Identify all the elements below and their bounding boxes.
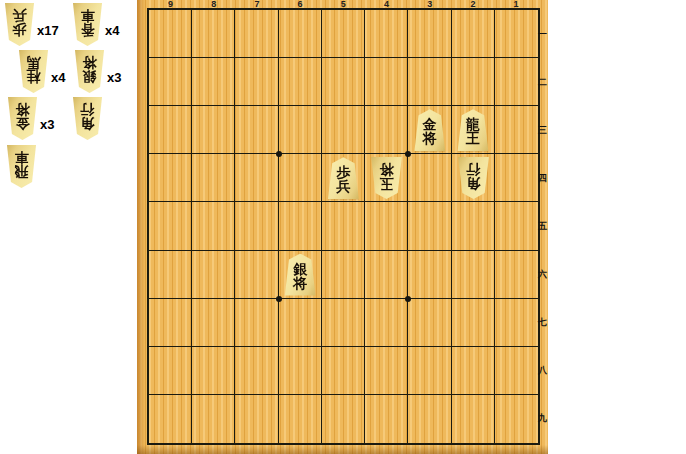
shogi-tsume-diagram: 歩兵x17香車x4桂馬x4銀将x3金将x3角行飛車 987654321 一二三四… (0, 0, 686, 454)
board-cell[interactable] (408, 154, 451, 202)
koma-kanji: 角 (466, 177, 480, 191)
board-cell[interactable] (322, 10, 365, 58)
board-cell[interactable] (192, 106, 235, 154)
board-cell[interactable] (495, 299, 538, 347)
board-cell[interactable] (408, 299, 451, 347)
board-cell[interactable] (149, 347, 192, 395)
board-cell[interactable] (192, 347, 235, 395)
board-cell[interactable] (322, 347, 365, 395)
board-cell[interactable] (149, 202, 192, 250)
board-cell[interactable] (495, 154, 538, 202)
board-cell[interactable] (408, 251, 451, 299)
board-cell[interactable] (452, 347, 495, 395)
board-cell[interactable] (235, 10, 278, 58)
board-cell[interactable] (452, 58, 495, 106)
board-cell[interactable] (149, 10, 192, 58)
board-cell[interactable] (235, 154, 278, 202)
rank-label: 九 (537, 395, 548, 443)
koma-kanji: 桂 (27, 70, 41, 84)
board-cell[interactable] (365, 106, 408, 154)
board-cell[interactable] (495, 202, 538, 250)
koma-bishop-gote[interactable]: 角行 (71, 97, 104, 140)
koma-pawn-gote[interactable]: 歩兵 (3, 3, 36, 46)
board-cell[interactable] (365, 395, 408, 443)
board-cell[interactable] (149, 58, 192, 106)
board-cell[interactable] (192, 395, 235, 443)
board-cell[interactable] (235, 106, 278, 154)
koma-kanji: 車 (15, 151, 29, 165)
hand-slot-bishop: 角行 (71, 97, 141, 143)
rank-label: 一 (537, 10, 548, 58)
board-cell[interactable] (235, 58, 278, 106)
board-cell[interactable] (192, 299, 235, 347)
board-cell[interactable] (408, 395, 451, 443)
board-cell[interactable] (495, 106, 538, 154)
koma-kanji: 車 (81, 9, 95, 23)
board-cell[interactable] (279, 347, 322, 395)
koma-kanji: 将 (293, 276, 307, 290)
board-cell[interactable] (452, 10, 495, 58)
board-cell[interactable] (322, 106, 365, 154)
koma-rook-gote[interactable]: 飛車 (5, 145, 38, 188)
koma-kanji: 兵 (336, 179, 350, 193)
shogi-board: 987654321 一二三四五六七八九 歩兵玉将金将龍王角行銀将 (137, 0, 548, 454)
board-cell[interactable] (408, 58, 451, 106)
hand-slot-lance: 香車x4 (71, 3, 141, 49)
board-cell[interactable] (279, 106, 322, 154)
board-cell[interactable] (192, 58, 235, 106)
board-cell[interactable] (322, 395, 365, 443)
koma-kanji: 馬 (27, 56, 41, 70)
hand-piece-count: x4 (105, 23, 119, 38)
koma-kanji: 将 (16, 103, 30, 117)
koma-kanji: 玉 (380, 177, 394, 191)
board-cell[interactable] (365, 347, 408, 395)
koma-kanji: 行 (466, 163, 480, 177)
board-cell[interactable] (452, 202, 495, 250)
hand-slot-gold: 金将x3 (6, 97, 76, 143)
board-cell[interactable] (192, 202, 235, 250)
board-cell[interactable] (279, 395, 322, 443)
hand-piece-count: x3 (40, 117, 54, 132)
board-cell[interactable] (279, 299, 322, 347)
rank-label: 三 (537, 106, 548, 154)
board-cell[interactable] (279, 10, 322, 58)
board-cell[interactable] (495, 395, 538, 443)
koma-kanji: 飛 (15, 165, 29, 179)
hand-slot-rook: 飛車 (5, 145, 75, 191)
rank-label: 五 (537, 202, 548, 250)
board-cell[interactable] (235, 202, 278, 250)
board-cell[interactable] (149, 154, 192, 202)
hoshi-dot (405, 296, 411, 302)
board-cell[interactable] (279, 154, 322, 202)
koma-kanji: 将 (83, 56, 97, 70)
koma-kanji: 兵 (13, 9, 27, 23)
board-cell[interactable] (408, 347, 451, 395)
koma-kanji: 金 (16, 117, 30, 131)
koma-lance-gote[interactable]: 香車 (71, 3, 104, 46)
board-cell[interactable] (495, 58, 538, 106)
board-cell[interactable] (149, 299, 192, 347)
board-cell[interactable] (365, 251, 408, 299)
board-cell[interactable] (279, 58, 322, 106)
rank-label: 二 (537, 58, 548, 106)
board-cell[interactable] (235, 299, 278, 347)
board-cell[interactable] (365, 202, 408, 250)
board-cell[interactable] (365, 299, 408, 347)
hand-piece-count: x4 (51, 70, 65, 85)
koma-kanji: 王 (466, 131, 480, 145)
board-cell[interactable] (452, 251, 495, 299)
board-cell[interactable] (365, 10, 408, 58)
hand-slot-silver: 銀将x3 (73, 50, 143, 96)
hoshi-dot (276, 151, 282, 157)
koma-kanji: 歩 (336, 165, 350, 179)
rank-label: 八 (537, 347, 548, 395)
koma-kanji: 行 (81, 103, 95, 117)
koma-kanji: 将 (380, 163, 394, 177)
koma-silver-gote[interactable]: 銀将 (73, 50, 106, 93)
board-cell[interactable] (452, 395, 495, 443)
koma-kanji: 香 (81, 23, 95, 37)
koma-kanji: 角 (81, 117, 95, 131)
hoshi-dot (276, 296, 282, 302)
board-cell[interactable] (365, 58, 408, 106)
hand-slot-pawn: 歩兵x17 (3, 3, 73, 49)
rank-label: 四 (537, 154, 548, 202)
board-cell[interactable] (408, 10, 451, 58)
koma-kanji: 銀 (293, 262, 307, 276)
koma-kanji: 龍 (466, 117, 480, 131)
board-cell[interactable] (192, 154, 235, 202)
board-cell[interactable] (192, 251, 235, 299)
hand-piece-count: x17 (37, 23, 59, 38)
board-cell[interactable] (235, 395, 278, 443)
gote-hand-area: 歩兵x17香車x4桂馬x4銀将x3金将x3角行飛車 (0, 0, 137, 454)
board-cell[interactable] (322, 202, 365, 250)
koma-kanji: 将 (423, 131, 437, 145)
board-cell[interactable] (452, 299, 495, 347)
rank-label: 七 (537, 299, 548, 347)
rank-label: 六 (537, 251, 548, 299)
board-cell[interactable] (495, 347, 538, 395)
board-cell[interactable] (149, 395, 192, 443)
hand-piece-count: x3 (107, 70, 121, 85)
koma-kanji: 銀 (83, 70, 97, 84)
koma-kanji: 歩 (13, 23, 27, 37)
rank-labels: 一二三四五六七八九 (537, 10, 548, 443)
koma-knight-gote[interactable]: 桂馬 (17, 50, 50, 93)
board-cell[interactable] (149, 251, 192, 299)
board-cell[interactable] (495, 251, 538, 299)
board-cell[interactable] (235, 347, 278, 395)
board-grid (147, 8, 540, 445)
board-cell[interactable] (495, 10, 538, 58)
board-cell[interactable] (408, 202, 451, 250)
board-cell[interactable] (235, 251, 278, 299)
board-cell[interactable] (192, 10, 235, 58)
board-cell[interactable] (322, 251, 365, 299)
board-cell[interactable] (322, 58, 365, 106)
board-cell[interactable] (322, 299, 365, 347)
board-cell[interactable] (149, 106, 192, 154)
koma-kanji: 金 (423, 117, 437, 131)
board-cell[interactable] (279, 202, 322, 250)
koma-gold-gote[interactable]: 金将 (6, 97, 39, 140)
